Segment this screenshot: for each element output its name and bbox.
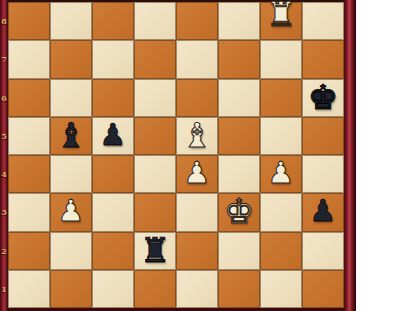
piece-white-pawn-e4[interactable]: ♟ (176, 155, 218, 193)
square-f2[interactable] (218, 232, 260, 270)
square-g2[interactable] (260, 232, 302, 270)
square-g1[interactable] (260, 270, 302, 308)
square-e8[interactable] (176, 2, 218, 40)
piece-black-bishop-b5[interactable]: ♝ (50, 117, 92, 155)
piece-black-pawn-c5[interactable]: ♟ (92, 117, 134, 155)
square-b2[interactable] (50, 232, 92, 270)
white-rook-icon: ♜ (266, 0, 296, 31)
square-a1[interactable] (8, 270, 50, 308)
rank-labels: 87654321 (0, 2, 8, 308)
square-c6[interactable] (92, 79, 134, 117)
square-c7[interactable] (92, 40, 134, 78)
square-d1[interactable] (134, 270, 176, 308)
rank-label-5: 5 (0, 117, 8, 155)
square-e3[interactable] (176, 193, 218, 231)
rank-label-8: 8 (0, 2, 8, 40)
white-pawn-icon: ♟ (184, 158, 211, 188)
square-c8[interactable] (92, 2, 134, 40)
square-d4[interactable] (134, 155, 176, 193)
square-f1[interactable] (218, 270, 260, 308)
page-background: ♜♚♝♟♝♟♟♟♚♟♜ 87654321 (0, 0, 414, 311)
board-frame-left: 87654321 (0, 0, 8, 311)
piece-white-pawn-g4[interactable]: ♟ (260, 155, 302, 193)
square-a5[interactable] (8, 117, 50, 155)
square-a7[interactable] (8, 40, 50, 78)
piece-white-pawn-b3[interactable]: ♟ (50, 193, 92, 231)
square-h4[interactable] (302, 155, 344, 193)
black-king-icon: ♚ (308, 80, 338, 114)
square-f8[interactable] (218, 2, 260, 40)
piece-black-pawn-h3[interactable]: ♟ (302, 193, 344, 231)
piece-white-bishop-e5[interactable]: ♝ (176, 117, 218, 155)
square-d6[interactable] (134, 79, 176, 117)
square-h5[interactable] (302, 117, 344, 155)
square-b4[interactable] (50, 155, 92, 193)
square-f5[interactable] (218, 117, 260, 155)
square-e1[interactable] (176, 270, 218, 308)
square-h1[interactable] (302, 270, 344, 308)
square-e6[interactable] (176, 79, 218, 117)
rank-label-3: 3 (0, 193, 8, 231)
square-e2[interactable] (176, 232, 218, 270)
square-a8[interactable] (8, 2, 50, 40)
square-b8[interactable] (50, 2, 92, 40)
square-g7[interactable] (260, 40, 302, 78)
square-d7[interactable] (134, 40, 176, 78)
white-king-icon: ♚ (224, 194, 254, 228)
square-h2[interactable] (302, 232, 344, 270)
rank-label-7: 7 (0, 40, 8, 78)
square-g5[interactable] (260, 117, 302, 155)
square-f6[interactable] (218, 79, 260, 117)
rank-label-2: 2 (0, 232, 8, 270)
square-f7[interactable] (218, 40, 260, 78)
square-a2[interactable] (8, 232, 50, 270)
square-f4[interactable] (218, 155, 260, 193)
square-c1[interactable] (92, 270, 134, 308)
board-frame-right (344, 0, 356, 311)
square-a3[interactable] (8, 193, 50, 231)
square-h8[interactable] (302, 2, 344, 40)
white-bishop-icon: ♝ (182, 118, 212, 152)
square-c3[interactable] (92, 193, 134, 231)
square-c4[interactable] (92, 155, 134, 193)
square-a6[interactable] (8, 79, 50, 117)
square-d3[interactable] (134, 193, 176, 231)
square-h7[interactable] (302, 40, 344, 78)
piece-black-rook-d2[interactable]: ♜ (134, 232, 176, 270)
black-rook-icon: ♜ (140, 233, 170, 267)
square-d5[interactable] (134, 117, 176, 155)
square-g6[interactable] (260, 79, 302, 117)
piece-white-rook-g8[interactable]: ♜ (260, 2, 302, 40)
black-pawn-icon: ♟ (100, 120, 127, 150)
black-pawn-icon: ♟ (310, 196, 337, 226)
white-pawn-icon: ♟ (268, 158, 295, 188)
white-pawn-icon: ♟ (58, 196, 85, 226)
piece-black-king-h6[interactable]: ♚ (302, 79, 344, 117)
square-d8[interactable] (134, 2, 176, 40)
chess-board: ♜♚♝♟♝♟♟♟♚♟♜ 87654321 (0, 0, 356, 311)
piece-white-king-f3[interactable]: ♚ (218, 193, 260, 231)
black-bishop-icon: ♝ (56, 118, 86, 152)
square-g3[interactable] (260, 193, 302, 231)
square-c2[interactable] (92, 232, 134, 270)
square-a4[interactable] (8, 155, 50, 193)
rank-label-4: 4 (0, 155, 8, 193)
square-b6[interactable] (50, 79, 92, 117)
square-b1[interactable] (50, 270, 92, 308)
square-b7[interactable] (50, 40, 92, 78)
rank-label-6: 6 (0, 79, 8, 117)
square-e7[interactable] (176, 40, 218, 78)
rank-label-1: 1 (0, 270, 8, 308)
